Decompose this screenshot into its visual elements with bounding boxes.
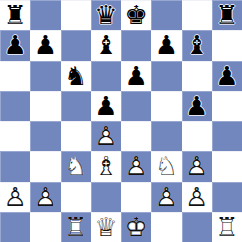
piece-white-rook[interactable]: ♜♖: [61, 212, 91, 242]
piece-white-pawn[interactable]: ♟♙: [182, 182, 212, 212]
square-c2[interactable]: [61, 182, 91, 212]
piece-black-king[interactable]: ♚: [121, 0, 151, 30]
square-a3[interactable]: [0, 151, 30, 181]
square-c6[interactable]: ♞: [61, 61, 91, 91]
square-f4[interactable]: [151, 121, 181, 151]
square-c8[interactable]: [61, 0, 91, 30]
square-a8[interactable]: ♜: [0, 0, 30, 30]
piece-black-pawn[interactable]: ♟: [121, 61, 151, 91]
square-f7[interactable]: ♟: [151, 30, 181, 60]
square-e4[interactable]: [121, 121, 151, 151]
square-a5[interactable]: [0, 91, 30, 121]
square-h4[interactable]: [212, 121, 242, 151]
square-d3[interactable]: ♝♗: [91, 151, 121, 181]
piece-black-rook[interactable]: ♜: [212, 0, 242, 30]
square-b7[interactable]: ♟: [30, 30, 60, 60]
square-g4[interactable]: [182, 121, 212, 151]
square-d1[interactable]: ♛♕: [91, 212, 121, 242]
piece-black-pawn[interactable]: ♟: [151, 30, 181, 60]
piece-white-pawn[interactable]: ♟♙: [121, 151, 151, 181]
square-b3[interactable]: [30, 151, 60, 181]
square-f6[interactable]: [151, 61, 181, 91]
square-a7[interactable]: ♟: [0, 30, 30, 60]
square-h7[interactable]: [212, 30, 242, 60]
piece-white-pawn[interactable]: ♟♙: [30, 182, 60, 212]
square-g7[interactable]: ♝: [182, 30, 212, 60]
square-e8[interactable]: ♚: [121, 0, 151, 30]
square-a4[interactable]: [0, 121, 30, 151]
piece-black-pawn[interactable]: ♟: [30, 30, 60, 60]
square-a1[interactable]: [0, 212, 30, 242]
piece-black-bishop[interactable]: ♝: [182, 30, 212, 60]
square-a6[interactable]: [0, 61, 30, 91]
square-d6[interactable]: [91, 61, 121, 91]
piece-black-pawn[interactable]: ♟: [91, 91, 121, 121]
piece-white-pawn[interactable]: ♟♙: [91, 121, 121, 151]
square-c4[interactable]: [61, 121, 91, 151]
square-d5[interactable]: ♟: [91, 91, 121, 121]
piece-white-pawn[interactable]: ♟♙: [151, 182, 181, 212]
piece-black-bishop[interactable]: ♝: [91, 30, 121, 60]
square-e5[interactable]: [121, 91, 151, 121]
square-h6[interactable]: ♟: [212, 61, 242, 91]
square-b2[interactable]: ♟♙: [30, 182, 60, 212]
square-f8[interactable]: [151, 0, 181, 30]
square-e3[interactable]: ♟♙: [121, 151, 151, 181]
square-f1[interactable]: [151, 212, 181, 242]
square-f2[interactable]: ♟♙: [151, 182, 181, 212]
square-g8[interactable]: [182, 0, 212, 30]
square-g3[interactable]: ♟♙: [182, 151, 212, 181]
square-g5[interactable]: ♟: [182, 91, 212, 121]
square-e2[interactable]: [121, 182, 151, 212]
square-e7[interactable]: [121, 30, 151, 60]
piece-white-pawn[interactable]: ♟♙: [182, 151, 212, 181]
piece-white-pawn[interactable]: ♟♙: [0, 182, 30, 212]
piece-white-rook[interactable]: ♜♖: [212, 212, 242, 242]
square-e1[interactable]: ♚♔: [121, 212, 151, 242]
square-g2[interactable]: ♟♙: [182, 182, 212, 212]
square-d8[interactable]: ♛: [91, 0, 121, 30]
piece-white-bishop[interactable]: ♝♗: [91, 151, 121, 181]
square-g6[interactable]: [182, 61, 212, 91]
square-h3[interactable]: [212, 151, 242, 181]
square-b4[interactable]: [30, 121, 60, 151]
chess-board: ♜♛♚♜♟♟♝♟♝♞♟♟♟♟♟♙♞♘♝♗♟♙♞♘♟♙♟♙♟♙♟♙♟♙♜♖♛♕♚♔…: [0, 0, 242, 242]
square-h2[interactable]: [212, 182, 242, 212]
square-b1[interactable]: [30, 212, 60, 242]
square-c5[interactable]: [61, 91, 91, 121]
square-a2[interactable]: ♟♙: [0, 182, 30, 212]
piece-black-pawn[interactable]: ♟: [182, 91, 212, 121]
square-h8[interactable]: ♜: [212, 0, 242, 30]
piece-black-pawn[interactable]: ♟: [212, 61, 242, 91]
square-b8[interactable]: [30, 0, 60, 30]
piece-white-knight[interactable]: ♞♘: [151, 151, 181, 181]
square-f3[interactable]: ♞♘: [151, 151, 181, 181]
square-c3[interactable]: ♞♘: [61, 151, 91, 181]
piece-white-queen[interactable]: ♛♕: [91, 212, 121, 242]
piece-black-queen[interactable]: ♛: [91, 0, 121, 30]
square-g1[interactable]: [182, 212, 212, 242]
square-d7[interactable]: ♝: [91, 30, 121, 60]
square-b6[interactable]: [30, 61, 60, 91]
square-d2[interactable]: [91, 182, 121, 212]
square-f5[interactable]: [151, 91, 181, 121]
square-b5[interactable]: [30, 91, 60, 121]
square-h5[interactable]: [212, 91, 242, 121]
piece-black-rook[interactable]: ♜: [0, 0, 30, 30]
square-e6[interactable]: ♟: [121, 61, 151, 91]
piece-white-king[interactable]: ♚♔: [121, 212, 151, 242]
piece-black-pawn[interactable]: ♟: [0, 30, 30, 60]
square-h1[interactable]: ♜♖: [212, 212, 242, 242]
piece-white-knight[interactable]: ♞♘: [61, 151, 91, 181]
piece-black-knight[interactable]: ♞: [61, 61, 91, 91]
square-c1[interactable]: ♜♖: [61, 212, 91, 242]
square-c7[interactable]: [61, 30, 91, 60]
square-d4[interactable]: ♟♙: [91, 121, 121, 151]
